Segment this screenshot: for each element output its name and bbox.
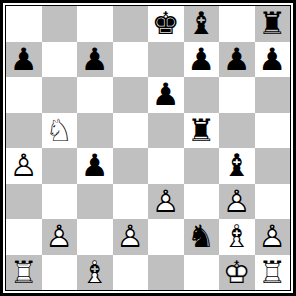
black-piece-glyph: ♟ [255,42,291,78]
piece-black-rook: ♜ [255,6,291,42]
square-b8[interactable] [42,6,78,42]
piece-white-king: ♚♔ [219,255,255,291]
square-e1[interactable] [148,255,184,291]
white-piece-outline: ♔ [219,255,255,291]
square-f5[interactable]: ♜ [184,113,220,149]
black-piece-glyph: ♚ [148,6,184,42]
white-piece-outline: ♙ [219,184,255,220]
square-g4[interactable]: ♝ [219,148,255,184]
black-piece-glyph: ♟ [184,42,220,78]
square-e8[interactable]: ♚ [148,6,184,42]
piece-white-rook: ♜♖ [6,255,42,291]
piece-black-pawn: ♟ [6,42,42,78]
square-f8[interactable]: ♝ [184,6,220,42]
square-a4[interactable]: ♟♙ [6,148,42,184]
piece-white-pawn: ♟♙ [42,219,78,255]
square-a3[interactable] [6,184,42,220]
square-b7[interactable] [42,42,78,78]
square-f1[interactable] [184,255,220,291]
square-d5[interactable] [113,113,149,149]
square-f7[interactable]: ♟ [184,42,220,78]
square-h3[interactable] [255,184,291,220]
square-d8[interactable] [113,6,149,42]
black-piece-glyph: ♟ [77,42,113,78]
square-h7[interactable]: ♟ [255,42,291,78]
piece-black-bishop: ♝ [184,6,220,42]
chess-diagram-frame: ♚♝♜♟♟♟♟♟♟♞♘♜♟♙♟♝♟♙♟♙♟♙♟♙♞♝♗♟♙♜♖♝♗♚♔♜♖ [0,0,296,296]
black-piece-glyph: ♜ [184,113,220,149]
square-c4[interactable]: ♟ [77,148,113,184]
black-piece-glyph: ♜ [255,6,291,42]
square-d4[interactable] [113,148,149,184]
piece-white-bishop: ♝♗ [77,255,113,291]
piece-white-pawn: ♟♙ [148,184,184,220]
piece-white-rook: ♜♖ [255,255,291,291]
white-piece-outline: ♙ [148,184,184,220]
square-e7[interactable] [148,42,184,78]
white-piece-outline: ♖ [6,255,42,291]
square-e6[interactable]: ♟ [148,77,184,113]
square-c6[interactable] [77,77,113,113]
square-c8[interactable] [77,6,113,42]
square-e4[interactable] [148,148,184,184]
square-g8[interactable] [219,6,255,42]
square-e2[interactable] [148,219,184,255]
square-g1[interactable]: ♚♔ [219,255,255,291]
piece-white-bishop: ♝♗ [219,219,255,255]
piece-white-knight: ♞♘ [42,113,78,149]
square-h4[interactable] [255,148,291,184]
white-piece-outline: ♙ [113,219,149,255]
square-d1[interactable] [113,255,149,291]
white-piece-outline: ♗ [77,255,113,291]
square-c7[interactable]: ♟ [77,42,113,78]
square-a6[interactable] [6,77,42,113]
square-a5[interactable] [6,113,42,149]
black-piece-glyph: ♟ [6,42,42,78]
square-c3[interactable] [77,184,113,220]
square-d3[interactable] [113,184,149,220]
piece-white-pawn: ♟♙ [6,148,42,184]
black-piece-glyph: ♝ [184,6,220,42]
square-b5[interactable]: ♞♘ [42,113,78,149]
square-g6[interactable] [219,77,255,113]
piece-white-pawn: ♟♙ [255,219,291,255]
square-c2[interactable] [77,219,113,255]
square-g7[interactable]: ♟ [219,42,255,78]
square-a2[interactable] [6,219,42,255]
square-b2[interactable]: ♟♙ [42,219,78,255]
square-d6[interactable] [113,77,149,113]
square-f6[interactable] [184,77,220,113]
black-piece-glyph: ♟ [148,77,184,113]
piece-black-rook: ♜ [184,113,220,149]
piece-black-pawn: ♟ [77,42,113,78]
square-a1[interactable]: ♜♖ [6,255,42,291]
board-inner-border: ♚♝♜♟♟♟♟♟♟♞♘♜♟♙♟♝♟♙♟♙♟♙♟♙♞♝♗♟♙♜♖♝♗♚♔♜♖ [5,5,291,291]
black-piece-glyph: ♟ [77,148,113,184]
piece-black-pawn: ♟ [219,42,255,78]
piece-black-pawn: ♟ [148,77,184,113]
piece-black-pawn: ♟ [184,42,220,78]
black-piece-glyph: ♝ [219,148,255,184]
square-c5[interactable] [77,113,113,149]
square-f2[interactable]: ♞ [184,219,220,255]
black-piece-glyph: ♞ [184,219,220,255]
piece-black-knight: ♞ [184,219,220,255]
square-d7[interactable] [113,42,149,78]
square-h8[interactable]: ♜ [255,6,291,42]
square-e5[interactable] [148,113,184,149]
white-piece-outline: ♙ [6,148,42,184]
square-b6[interactable] [42,77,78,113]
piece-black-pawn: ♟ [255,42,291,78]
white-piece-outline: ♗ [219,219,255,255]
square-b4[interactable] [42,148,78,184]
square-g3[interactable]: ♟♙ [219,184,255,220]
square-d2[interactable]: ♟♙ [113,219,149,255]
square-e3[interactable]: ♟♙ [148,184,184,220]
piece-white-pawn: ♟♙ [219,184,255,220]
square-g2[interactable]: ♝♗ [219,219,255,255]
piece-black-bishop: ♝ [219,148,255,184]
white-piece-outline: ♖ [255,255,291,291]
square-g5[interactable] [219,113,255,149]
chess-board: ♚♝♜♟♟♟♟♟♟♞♘♜♟♙♟♝♟♙♟♙♟♙♟♙♞♝♗♟♙♜♖♝♗♚♔♜♖ [6,6,290,290]
white-piece-outline: ♘ [42,113,78,149]
square-f4[interactable] [184,148,220,184]
white-piece-outline: ♙ [255,219,291,255]
square-b3[interactable] [42,184,78,220]
black-piece-glyph: ♟ [219,42,255,78]
square-f3[interactable] [184,184,220,220]
piece-white-pawn: ♟♙ [113,219,149,255]
white-piece-outline: ♙ [42,219,78,255]
square-h1[interactable]: ♜♖ [255,255,291,291]
piece-black-pawn: ♟ [77,148,113,184]
square-a8[interactable] [6,6,42,42]
square-b1[interactable] [42,255,78,291]
square-h2[interactable]: ♟♙ [255,219,291,255]
square-h5[interactable] [255,113,291,149]
square-h6[interactable] [255,77,291,113]
square-a7[interactable]: ♟ [6,42,42,78]
piece-black-king: ♚ [148,6,184,42]
square-c1[interactable]: ♝♗ [77,255,113,291]
